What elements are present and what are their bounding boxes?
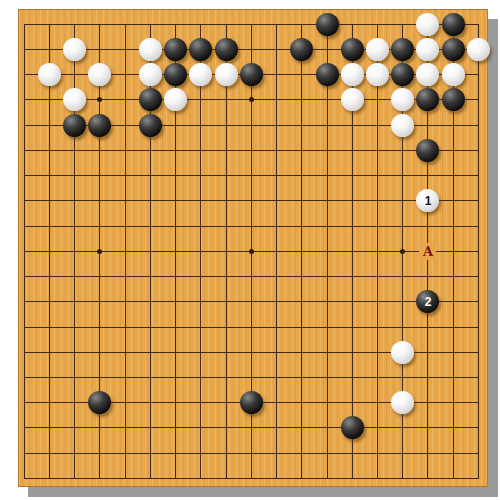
grid-line-vertical [478,24,479,479]
star-point [249,249,254,254]
stone-white [38,63,61,86]
stone-black [391,63,414,86]
stone-white [467,38,490,61]
grid-line-vertical [301,24,302,479]
stone-black [341,416,364,439]
stone-white [366,38,389,61]
grid-line-horizontal [24,478,479,479]
stone-white [366,63,389,86]
stone-black [164,38,187,61]
stone-black [139,88,162,111]
stone-black [88,391,111,414]
stone-white [215,63,238,86]
stone-white [391,341,414,364]
stone-black [316,63,339,86]
move-number: 2 [425,296,432,308]
stone-white [164,88,187,111]
stone-white [416,63,439,86]
stone-black [240,63,263,86]
star-point [97,249,102,254]
grid-line-horizontal [24,377,479,378]
grid-line-horizontal [24,276,479,277]
grid-line-vertical [327,24,328,479]
star-point [97,97,102,102]
stone-white [416,38,439,61]
move-number: 1 [425,195,432,207]
stone-white [139,63,162,86]
point-label-a[interactable]: A [419,243,436,260]
stone-white [139,38,162,61]
grid-line-horizontal [24,327,479,328]
stone-black [240,391,263,414]
stone-black [416,88,439,111]
stone-black [88,114,111,137]
stone-black [164,63,187,86]
stone-white [189,63,212,86]
stone-black [416,139,439,162]
stone-white [442,63,465,86]
stone-black [316,13,339,36]
stone-black [189,38,212,61]
stone-black [341,38,364,61]
grid-line-horizontal [24,427,479,428]
stone-black [290,38,313,61]
stone-black [442,88,465,111]
stone-black: 2 [416,290,439,313]
stone-white [391,88,414,111]
stone-black [442,38,465,61]
stone-black [215,38,238,61]
stone-white [391,391,414,414]
stone-white [341,88,364,111]
stone-black [391,38,414,61]
star-point [400,249,405,254]
grid-line-horizontal [24,301,479,302]
stone-white [341,63,364,86]
star-point [249,97,254,102]
stone-white [63,38,86,61]
stone-white [63,88,86,111]
grid-line-horizontal [24,453,479,454]
stone-white [416,13,439,36]
page: 1A2 [0,0,500,500]
stone-white [391,114,414,137]
stone-white [88,63,111,86]
grid-line-vertical [377,24,378,479]
go-board[interactable]: 1A2 [18,9,488,487]
stone-black [139,114,162,137]
stone-black [442,13,465,36]
stone-black [63,114,86,137]
grid-line-vertical [276,24,277,479]
stone-white: 1 [416,189,439,212]
